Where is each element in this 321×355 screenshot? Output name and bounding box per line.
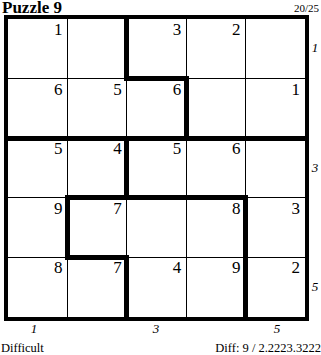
cage-border — [124, 17, 129, 82]
cell-r2c4[interactable] — [186, 79, 245, 139]
given-digit: 3 — [291, 198, 300, 219]
col-label-5: 5 — [274, 321, 281, 337]
given-digit: 5 — [113, 79, 122, 100]
col-label-1: 1 — [31, 321, 38, 337]
cell-r3c4[interactable]: 6 — [186, 138, 245, 198]
given-digit: 7 — [113, 257, 122, 278]
cell-r5c5[interactable]: 2 — [246, 257, 305, 317]
cage-border — [184, 136, 248, 141]
cell-r3c1[interactable]: 5 — [8, 138, 67, 198]
cage-border — [65, 136, 129, 141]
given-digit: 2 — [291, 257, 300, 278]
cell-r1c4[interactable]: 2 — [186, 19, 245, 79]
cell-r4c5[interactable]: 3 — [246, 198, 305, 258]
given-digit: 6 — [173, 79, 182, 100]
difficulty-score: Diff: 9 / 2.2223.3222 — [215, 341, 321, 355]
cage-border — [243, 136, 307, 141]
cage-border — [243, 255, 248, 320]
cage-border — [124, 255, 129, 320]
cage-border — [184, 195, 248, 200]
cell-r2c2[interactable]: 5 — [67, 79, 126, 139]
given-digit: 8 — [232, 198, 241, 219]
cell-r4c4[interactable]: 8 — [186, 198, 245, 258]
row-label-3: 3 — [309, 160, 321, 176]
cage-border — [6, 136, 70, 141]
given-digit: 7 — [113, 198, 122, 219]
given-digit: 1 — [291, 79, 300, 100]
cell-r2c3[interactable]: 6 — [127, 79, 186, 139]
cell-r1c5[interactable] — [246, 19, 305, 79]
given-digit: 1 — [54, 19, 63, 40]
cell-r1c2[interactable] — [67, 19, 126, 79]
grid-line — [186, 19, 187, 317]
cell-r1c1[interactable]: 1 — [8, 19, 67, 79]
cell-r4c2[interactable]: 7 — [67, 198, 126, 258]
row-label-1: 1 — [309, 40, 321, 56]
cell-r2c5[interactable]: 1 — [246, 79, 305, 139]
grid-line — [67, 19, 68, 317]
givens-count: 20/25 — [294, 2, 319, 14]
cage-border — [124, 195, 188, 200]
cage-border — [184, 76, 189, 141]
row-label-5: 5 — [309, 279, 321, 295]
difficulty-rating: Difficult — [1, 341, 44, 355]
cell-r3c2[interactable]: 4 — [67, 138, 126, 198]
given-digit: 9 — [54, 198, 63, 219]
cell-r4c3[interactable] — [127, 198, 186, 258]
cell-r5c4[interactable]: 9 — [186, 257, 245, 317]
cell-r3c3[interactable]: 5 — [127, 138, 186, 198]
given-digit: 8 — [54, 257, 63, 278]
given-digit: 4 — [173, 257, 182, 278]
col-label-3: 3 — [153, 321, 160, 337]
cage-border — [65, 195, 129, 200]
cell-r1c3[interactable]: 3 — [127, 19, 186, 79]
cage-border — [65, 255, 129, 260]
given-digit: 6 — [232, 138, 241, 159]
cell-r4c1[interactable]: 9 — [8, 198, 67, 258]
given-digit: 6 — [54, 79, 63, 100]
given-digit: 9 — [232, 257, 241, 278]
given-digit: 3 — [173, 19, 182, 40]
cage-border — [243, 195, 248, 260]
cell-r5c2[interactable]: 7 — [67, 257, 126, 317]
cell-r5c3[interactable]: 4 — [127, 257, 186, 317]
cage-border — [65, 195, 70, 260]
cage-border — [124, 136, 188, 141]
grid-line — [8, 257, 305, 258]
given-digit: 2 — [232, 19, 241, 40]
cell-r2c1[interactable]: 6 — [8, 79, 67, 139]
cage-border — [124, 76, 188, 81]
given-digit: 5 — [173, 138, 182, 159]
given-digit: 5 — [54, 138, 63, 159]
cell-r3c5[interactable] — [246, 138, 305, 198]
cage-border — [124, 136, 129, 201]
puzzle-grid: 13265615456978387492 — [4, 15, 309, 321]
puzzle-page: Puzzle 9 20/25 13265615456978387492 1 3 … — [0, 0, 321, 355]
given-digit: 4 — [113, 138, 122, 159]
cell-r5c1[interactable]: 8 — [8, 257, 67, 317]
